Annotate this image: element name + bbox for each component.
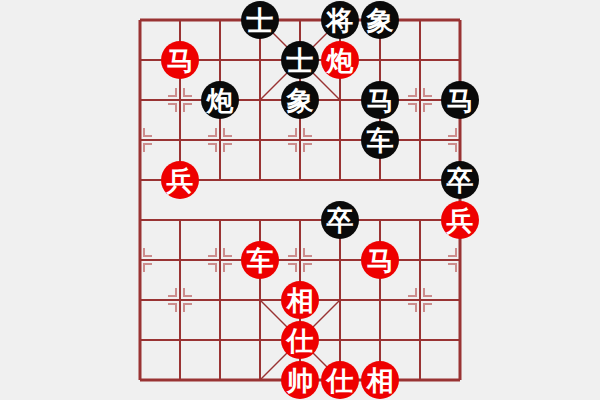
red-pawn[interactable]: 兵 <box>441 201 479 239</box>
black-horse[interactable]: 马 <box>361 81 399 119</box>
red-horse[interactable]: 马 <box>161 41 199 79</box>
red-king[interactable]: 帅 <box>281 361 319 399</box>
board-grid[interactable]: 士将象马士炮炮象马马车兵卒卒兵车马相仕帅仕相 <box>120 0 480 400</box>
black-elephant[interactable]: 象 <box>281 81 319 119</box>
red-advisor[interactable]: 仕 <box>321 361 359 399</box>
red-elephant[interactable]: 相 <box>361 361 399 399</box>
black-advisor[interactable]: 士 <box>281 41 319 79</box>
black-pawn[interactable]: 卒 <box>441 161 479 199</box>
black-pawn[interactable]: 卒 <box>321 201 359 239</box>
red-advisor[interactable]: 仕 <box>281 321 319 359</box>
red-horse[interactable]: 马 <box>361 241 399 279</box>
black-cannon[interactable]: 炮 <box>201 81 239 119</box>
black-king[interactable]: 将 <box>321 1 359 39</box>
black-elephant[interactable]: 象 <box>361 1 399 39</box>
red-elephant[interactable]: 相 <box>281 281 319 319</box>
red-pawn[interactable]: 兵 <box>161 161 199 199</box>
black-advisor[interactable]: 士 <box>241 1 279 39</box>
red-cannon[interactable]: 炮 <box>321 41 359 79</box>
black-horse[interactable]: 马 <box>441 81 479 119</box>
black-chariot[interactable]: 车 <box>361 121 399 159</box>
xiangqi-board: 士将象马士炮炮象马马车兵卒卒兵车马相仕帅仕相 <box>0 0 600 400</box>
red-chariot[interactable]: 车 <box>241 241 279 279</box>
